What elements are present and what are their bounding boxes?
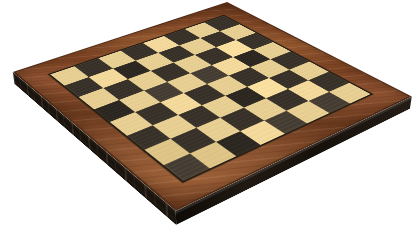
board-square	[266, 89, 308, 110]
board-square	[171, 128, 216, 153]
board-square	[286, 101, 329, 123]
board-square	[178, 105, 221, 128]
board-square	[196, 117, 240, 141]
board-square	[110, 112, 153, 136]
board-square	[221, 108, 264, 131]
board-square	[244, 98, 286, 120]
board-square	[202, 96, 244, 118]
board-square	[216, 131, 261, 156]
board-square	[79, 88, 120, 109]
board-square	[190, 142, 236, 169]
board-square	[264, 110, 308, 133]
board-square	[240, 120, 285, 144]
board-square	[163, 153, 210, 181]
board-square	[144, 139, 190, 165]
board-square	[308, 91, 350, 113]
board-square	[127, 125, 171, 150]
board-square	[94, 100, 136, 122]
board-photo	[0, 0, 420, 244]
board-square	[136, 102, 178, 125]
board-square	[329, 83, 371, 104]
board-square	[119, 90, 160, 112]
board-square	[160, 93, 202, 115]
board-frame	[13, 2, 412, 211]
board-square	[153, 115, 196, 139]
board-square	[144, 82, 184, 103]
board-square	[225, 86, 266, 107]
board-field	[48, 15, 374, 183]
chess-board	[13, 2, 412, 211]
board-square	[184, 84, 225, 105]
